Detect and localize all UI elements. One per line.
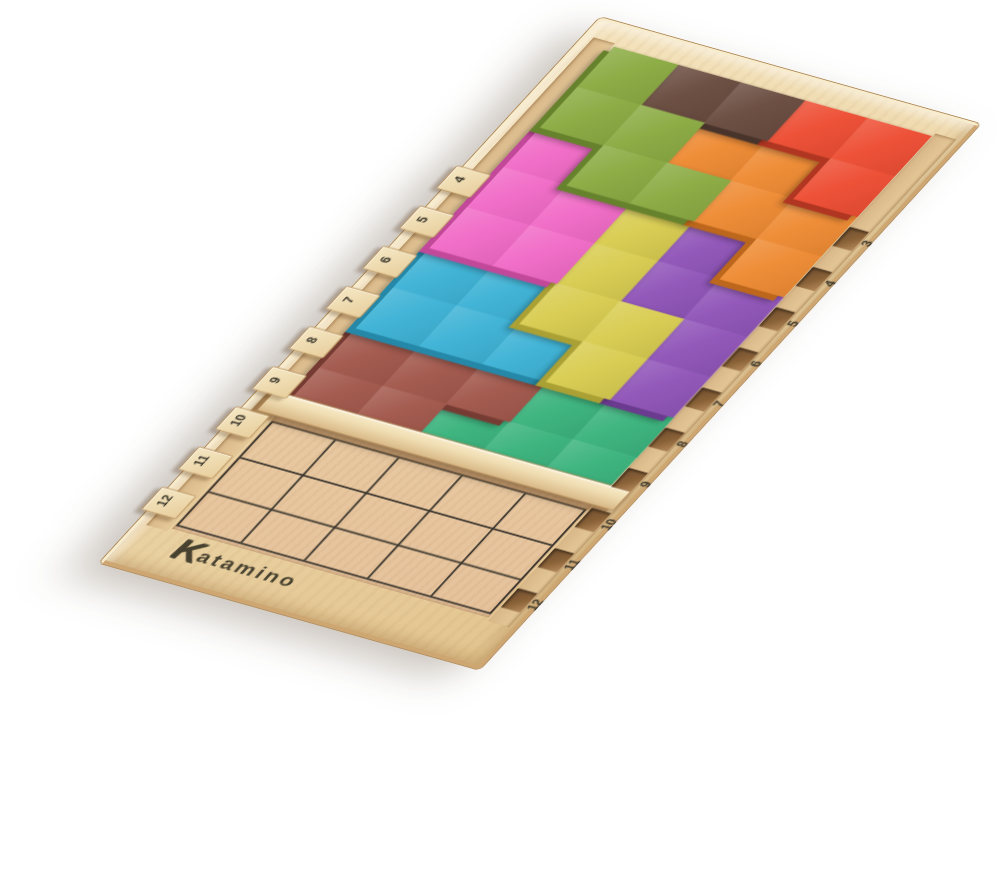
playing-field: [172, 47, 931, 618]
grid-line-vertical: [367, 476, 463, 579]
grid-line-vertical: [304, 458, 400, 561]
board-frame: Katamino 4567891011123456789101112: [98, 16, 983, 671]
grid-line-vertical: [430, 493, 526, 596]
grid-line-vertical: [240, 440, 336, 543]
katamino-board: Katamino 4567891011123456789101112: [98, 16, 983, 671]
